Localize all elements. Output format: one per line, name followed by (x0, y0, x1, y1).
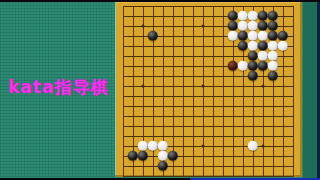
stone-white[interactable] (277, 40, 288, 51)
board-grid-line (223, 6, 224, 177)
board-grid-line (123, 156, 294, 157)
board-grid-line (203, 6, 204, 177)
star-point (201, 84, 204, 87)
stream-title: kata指导棋 (8, 76, 108, 99)
board-grid-line (213, 6, 214, 177)
star-point (201, 24, 204, 27)
board-grid-line (293, 6, 294, 177)
board-grid-line (123, 96, 294, 97)
board-grid-line (123, 6, 124, 177)
stone-black[interactable] (157, 160, 168, 171)
board-grid-line (123, 116, 294, 117)
board-grid-line (123, 176, 294, 177)
go-board[interactable] (115, 2, 302, 177)
stone-black[interactable] (137, 150, 148, 161)
board-grid-line (123, 86, 294, 87)
letterbox-top (0, 0, 320, 2)
board-grid-line (123, 126, 294, 127)
board-grid-line (123, 136, 294, 137)
right-side-strip (303, 0, 317, 180)
letterbox-blue-segment (190, 178, 320, 180)
star-point (141, 24, 144, 27)
stone-black[interactable] (167, 150, 178, 161)
video-frame: kata指导棋 (0, 0, 320, 180)
stone-white[interactable] (247, 140, 258, 151)
board-grid-line (193, 6, 194, 177)
letterbox-bottom (0, 178, 320, 180)
star-point (261, 144, 264, 147)
board-grid-line (183, 6, 184, 177)
star-point (201, 144, 204, 147)
stone-black[interactable] (147, 30, 158, 41)
star-point (141, 84, 144, 87)
stone-black[interactable] (267, 70, 278, 81)
board-grid-line (123, 166, 294, 167)
star-point (261, 84, 264, 87)
stone-black[interactable] (247, 70, 258, 81)
board-grid-line (123, 106, 294, 107)
board-grid-line (123, 6, 294, 7)
